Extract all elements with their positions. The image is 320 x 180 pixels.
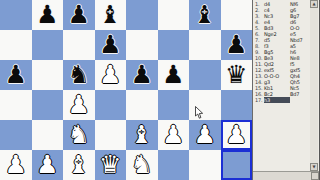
piece-black-queen-h5: ♛ bbox=[221, 60, 253, 90]
square-f4[interactable] bbox=[158, 90, 190, 120]
scroll-up-icon[interactable]: ▲ bbox=[310, 0, 318, 8]
square-d3[interactable] bbox=[95, 120, 127, 150]
square-a6[interactable] bbox=[0, 30, 32, 60]
square-c7[interactable]: ♟ bbox=[63, 0, 95, 30]
square-f5[interactable]: ♟ bbox=[158, 60, 190, 90]
piece-white-queen-d2: ♛ bbox=[95, 150, 127, 180]
square-e6[interactable] bbox=[126, 30, 158, 60]
square-c3[interactable]: ♞ bbox=[63, 120, 95, 150]
square-b3[interactable] bbox=[32, 120, 64, 150]
square-d4[interactable] bbox=[95, 90, 127, 120]
square-c2[interactable]: ♝ bbox=[63, 150, 95, 180]
app-window: ♟♟♝♝♟♟♟♞♟♟♟♛♟♞♝♟♟♟♟♟♝♛♞ 1.d4Nf62.c4g63.N… bbox=[0, 0, 320, 180]
square-d6[interactable]: ♟ bbox=[95, 30, 127, 60]
square-c5[interactable]: ♞ bbox=[63, 60, 95, 90]
square-f2[interactable] bbox=[158, 150, 190, 180]
square-g3[interactable]: ♟ bbox=[189, 120, 221, 150]
square-h6[interactable]: ♟ bbox=[221, 30, 253, 60]
square-d5[interactable]: ♟ bbox=[95, 60, 127, 90]
move-number: 17. bbox=[254, 97, 264, 103]
piece-black-pawn-b7: ♟ bbox=[32, 0, 64, 30]
square-a5[interactable]: ♟ bbox=[0, 60, 32, 90]
piece-black-bishop-d7: ♝ bbox=[95, 0, 127, 30]
square-f7[interactable] bbox=[158, 0, 190, 30]
square-g5[interactable] bbox=[189, 60, 221, 90]
square-h3[interactable]: ♟ bbox=[221, 120, 253, 150]
piece-white-knight-e2: ♞ bbox=[126, 150, 158, 180]
scrollbar-corner bbox=[311, 172, 319, 180]
piece-white-pawn-h3: ♟ bbox=[221, 120, 253, 150]
square-a3[interactable] bbox=[0, 120, 32, 150]
square-g6[interactable] bbox=[189, 30, 221, 60]
square-g7[interactable]: ♝ bbox=[189, 0, 221, 30]
piece-black-knight-c5: ♞ bbox=[63, 60, 95, 90]
vertical-scrollbar[interactable]: ▲ ▼ bbox=[310, 0, 318, 171]
horizontal-scrollbar[interactable] bbox=[253, 171, 319, 180]
mouse-cursor-icon bbox=[195, 106, 204, 119]
piece-white-pawn-a2: ♟ bbox=[0, 150, 32, 180]
piece-black-pawn-d6: ♟ bbox=[95, 30, 127, 60]
piece-white-pawn-d5: ♟ bbox=[95, 60, 127, 90]
square-a2[interactable]: ♟ bbox=[0, 150, 32, 180]
square-e5[interactable]: ♟ bbox=[126, 60, 158, 90]
square-b6[interactable] bbox=[32, 30, 64, 60]
chess-board[interactable]: ♟♟♝♝♟♟♟♞♟♟♟♛♟♞♝♟♟♟♟♟♝♛♞ bbox=[0, 0, 252, 180]
square-e4[interactable] bbox=[126, 90, 158, 120]
square-c6[interactable] bbox=[63, 30, 95, 60]
piece-black-pawn-h6: ♟ bbox=[221, 30, 253, 60]
square-e7[interactable] bbox=[126, 0, 158, 30]
move-row-17: 17.h3 bbox=[254, 97, 311, 103]
piece-white-bishop-e3: ♝ bbox=[126, 120, 158, 150]
square-e2[interactable]: ♞ bbox=[126, 150, 158, 180]
piece-white-bishop-c2: ♝ bbox=[63, 150, 95, 180]
square-h2[interactable] bbox=[221, 150, 253, 180]
piece-black-pawn-f5: ♟ bbox=[158, 60, 190, 90]
square-g4[interactable] bbox=[189, 90, 221, 120]
scroll-down-icon[interactable]: ▼ bbox=[310, 163, 318, 171]
move-list-panel: 1.d4Nf62.c4g63.Nc3Bg74.e4d65.Bd3O-O6.Nge… bbox=[252, 0, 320, 180]
square-h5[interactable]: ♛ bbox=[221, 60, 253, 90]
square-g2[interactable] bbox=[189, 150, 221, 180]
square-d7[interactable]: ♝ bbox=[95, 0, 127, 30]
white-move[interactable]: h3 bbox=[264, 97, 290, 103]
black-move[interactable] bbox=[290, 97, 311, 103]
square-h4[interactable] bbox=[221, 90, 253, 120]
square-a7[interactable] bbox=[0, 0, 32, 30]
square-f6[interactable] bbox=[158, 30, 190, 60]
piece-white-pawn-b2: ♟ bbox=[32, 150, 64, 180]
square-b2[interactable]: ♟ bbox=[32, 150, 64, 180]
piece-black-pawn-c7: ♟ bbox=[63, 0, 95, 30]
square-f3[interactable]: ♟ bbox=[158, 120, 190, 150]
square-b7[interactable]: ♟ bbox=[32, 0, 64, 30]
piece-black-bishop-g7: ♝ bbox=[189, 0, 221, 30]
square-c4[interactable]: ♟ bbox=[63, 90, 95, 120]
piece-white-pawn-g3: ♟ bbox=[189, 120, 221, 150]
square-b5[interactable] bbox=[32, 60, 64, 90]
piece-white-pawn-c4: ♟ bbox=[63, 90, 95, 120]
piece-black-pawn-a5: ♟ bbox=[0, 60, 32, 90]
move-list[interactable]: 1.d4Nf62.c4g63.Nc3Bg74.e4d65.Bd3O-O6.Nge… bbox=[254, 1, 311, 170]
piece-black-pawn-e5: ♟ bbox=[126, 60, 158, 90]
piece-white-knight-c3: ♞ bbox=[63, 120, 95, 150]
square-b4[interactable] bbox=[32, 90, 64, 120]
square-d2[interactable]: ♛ bbox=[95, 150, 127, 180]
piece-white-pawn-f3: ♟ bbox=[158, 120, 190, 150]
square-h7[interactable] bbox=[221, 0, 253, 30]
square-a4[interactable] bbox=[0, 90, 32, 120]
square-e3[interactable]: ♝ bbox=[126, 120, 158, 150]
